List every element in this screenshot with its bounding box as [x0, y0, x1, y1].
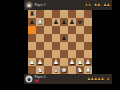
board-square-b7[interactable]: ♜: [36, 18, 44, 26]
board-square-h7[interactable]: [84, 18, 92, 26]
board-square-g6[interactable]: [76, 26, 84, 34]
captured-pawns-icon: ♟♟♟♟♟: [87, 77, 104, 81]
captured-knights-icon: ♞♞: [94, 3, 101, 7]
board-square-b2[interactable]: ♟: [36, 58, 44, 66]
board-square-b5[interactable]: [36, 34, 44, 42]
board-square-f8[interactable]: [68, 10, 76, 18]
board-square-d8[interactable]: [52, 10, 60, 18]
white-r-piece[interactable]: ♜: [85, 66, 91, 74]
board-square-a6[interactable]: [28, 26, 36, 34]
board-square-h3[interactable]: [84, 50, 92, 58]
board-square-d5[interactable]: [52, 34, 60, 42]
white-king-avatar-icon: ♚: [27, 76, 31, 83]
board-square-f4[interactable]: [68, 42, 76, 50]
board-square-g5[interactable]: [76, 34, 84, 42]
board-square-h6[interactable]: [84, 26, 92, 34]
board-square-a4[interactable]: [28, 42, 36, 50]
top-player-bar: ♚ Player 1 ♝♝ ♞♞ ♟♟: [24, 0, 112, 10]
bottom-captured-pieces: ♟♟♟♟♟ ♝: [87, 77, 112, 81]
board-square-a8[interactable]: ♜: [28, 10, 36, 18]
board-square-c4[interactable]: [44, 42, 52, 50]
board-square-f1[interactable]: [68, 66, 76, 74]
board-square-c6[interactable]: [44, 26, 52, 34]
bottom-player-bar: ♚ Player 2 ♟♟♟♟♟ ♝: [24, 74, 112, 84]
board-square-a5[interactable]: [28, 34, 36, 42]
board-square-c1[interactable]: [44, 66, 52, 74]
board-square-d6[interactable]: [52, 26, 60, 34]
black-r-piece[interactable]: ♜: [29, 10, 35, 18]
board-square-h1[interactable]: ♜: [84, 66, 92, 74]
board-square-b3[interactable]: [36, 50, 44, 58]
board-square-b4[interactable]: [36, 42, 44, 50]
white-q-piece[interactable]: ♛: [53, 66, 59, 74]
board-square-e6[interactable]: [60, 26, 68, 34]
black-p-piece[interactable]: ♟: [61, 34, 67, 42]
white-k-piece[interactable]: ♚: [61, 66, 67, 74]
board-square-h4[interactable]: [84, 42, 92, 50]
top-captured-pieces: ♝♝ ♞♞ ♟♟: [85, 3, 112, 7]
board-square-c8[interactable]: [44, 10, 52, 18]
board-square-e8[interactable]: [60, 10, 68, 18]
top-player-avatar[interactable]: ♚: [26, 2, 33, 9]
board-square-c7[interactable]: [44, 18, 52, 26]
top-player-name: Player 1: [35, 3, 46, 6]
board-square-g7[interactable]: ♚: [76, 18, 84, 26]
board-square-a1[interactable]: [28, 66, 36, 74]
black-p-piece[interactable]: ♟: [69, 18, 75, 26]
board-square-a3[interactable]: [28, 50, 36, 58]
board-square-e1[interactable]: ♚: [60, 66, 68, 74]
board-square-a2[interactable]: ♟: [28, 58, 36, 66]
white-p-piece[interactable]: ♟: [37, 58, 43, 66]
board-square-h2[interactable]: ♟: [84, 58, 92, 66]
board-square-g3[interactable]: [76, 50, 84, 58]
white-n-piece[interactable]: ♞: [37, 66, 43, 74]
board-square-f5[interactable]: [68, 34, 76, 42]
board-square-e7[interactable]: ♟: [60, 18, 68, 26]
board-square-f6[interactable]: [68, 26, 76, 34]
white-p-piece[interactable]: ♟: [77, 58, 83, 66]
black-p-piece[interactable]: ♟: [53, 18, 59, 26]
board-square-e5[interactable]: ♟: [60, 34, 68, 42]
white-p-piece[interactable]: ♟: [53, 58, 59, 66]
black-p-piece[interactable]: ♟: [61, 18, 67, 26]
board-square-h8[interactable]: [84, 10, 92, 18]
board-square-e3[interactable]: [60, 50, 68, 58]
board-square-d3[interactable]: [52, 50, 60, 58]
us-flag-icon: [35, 79, 40, 82]
board-square-e2[interactable]: [60, 58, 68, 66]
board-square-d2[interactable]: ♟: [52, 58, 60, 66]
captured-bishop-icon: ♝: [107, 77, 110, 81]
black-king-avatar-icon: ♚: [27, 2, 31, 9]
app-window: ♚ Player 1 ♝♝ ♞♞ ♟♟ ♜♟♜♟♟♟♚♟♟♟♟♟♟♟♞♛♚♞♜ …: [0, 0, 120, 90]
black-k-piece[interactable]: ♚: [77, 18, 83, 26]
board-square-h5[interactable]: [84, 34, 92, 42]
board-square-f3[interactable]: [68, 50, 76, 58]
white-p-piece[interactable]: ♟: [69, 58, 75, 66]
board-square-c5[interactable]: [44, 34, 52, 42]
board-square-b6[interactable]: [36, 26, 44, 34]
board-square-g8[interactable]: [76, 10, 84, 18]
board-square-c2[interactable]: [44, 58, 52, 66]
board-square-f2[interactable]: ♟: [68, 58, 76, 66]
captured-pawns-icon: ♟♟: [103, 3, 110, 7]
board-square-g1[interactable]: ♞: [76, 66, 84, 74]
board-square-b1[interactable]: ♞: [36, 66, 44, 74]
black-p-piece[interactable]: ♟: [29, 18, 35, 26]
chess-board[interactable]: ♜♟♜♟♟♟♚♟♟♟♟♟♟♟♞♛♚♞♜: [28, 10, 92, 74]
captured-bishops-icon: ♝♝: [85, 3, 92, 7]
board-square-d7[interactable]: ♟: [52, 18, 60, 26]
white-p-piece[interactable]: ♟: [85, 58, 91, 66]
board-square-d4[interactable]: [52, 42, 60, 50]
board-square-e4[interactable]: [60, 42, 68, 50]
board-square-g2[interactable]: ♟: [76, 58, 84, 66]
board-square-f7[interactable]: ♟: [68, 18, 76, 26]
bottom-player-avatar[interactable]: ♚: [26, 76, 33, 83]
white-p-piece[interactable]: ♟: [29, 58, 35, 66]
white-r-piece[interactable]: ♜: [37, 18, 43, 26]
board-square-d1[interactable]: ♛: [52, 66, 60, 74]
board-square-b8[interactable]: [36, 10, 44, 18]
board-square-c3[interactable]: [44, 50, 52, 58]
board-square-a7[interactable]: ♟: [28, 18, 36, 26]
board-square-g4[interactable]: [76, 42, 84, 50]
white-n-piece[interactable]: ♞: [77, 66, 83, 74]
